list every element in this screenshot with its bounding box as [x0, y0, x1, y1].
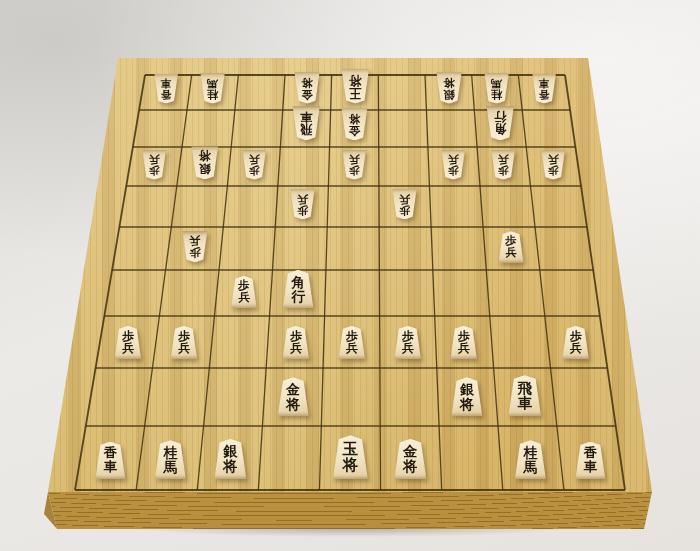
- piece-kanji: 歩兵: [399, 193, 410, 216]
- piece-kanji: 飛車: [300, 111, 312, 136]
- piece-kanji: 金将: [403, 444, 417, 474]
- piece-kanji: 歩兵: [149, 154, 160, 176]
- piece-kanji: 桂馬: [163, 445, 177, 474]
- piece-kanji: 歩兵: [548, 154, 559, 176]
- piece-kanji: 桂馬: [491, 77, 502, 100]
- piece-kanji: 桂馬: [523, 445, 537, 474]
- piece-kanji: 歩兵: [178, 330, 190, 355]
- piece-kanji: 香車: [104, 446, 117, 474]
- piece-kanji: 香車: [539, 78, 549, 100]
- piece-kanji: 香車: [584, 446, 597, 474]
- piece-kanji: 歩兵: [122, 330, 134, 355]
- piece-kanji: 銀将: [198, 150, 210, 175]
- piece-kanji: 銀将: [223, 444, 237, 474]
- piece-kanji: 歩兵: [505, 235, 516, 258]
- piece-kanji: 角行: [494, 111, 506, 136]
- piece-kanji: 飛車: [517, 381, 532, 411]
- piece-kanji: 玉将: [343, 441, 359, 473]
- piece-kanji: 歩兵: [448, 154, 459, 176]
- piece-kanji: 歩兵: [498, 154, 509, 176]
- photo-background: 香車桂馬金将王将銀将桂馬香車飛車金将角行歩兵銀将歩兵歩兵歩兵歩兵歩兵歩兵歩兵歩兵…: [0, 0, 700, 551]
- piece-kanji: 歩兵: [290, 330, 302, 355]
- piece-kanji: 金将: [286, 382, 300, 411]
- piece-kanji: 金将: [302, 77, 313, 100]
- piece-kanji: 歩兵: [349, 154, 360, 176]
- piece-kanji: 銀将: [460, 382, 474, 411]
- piece-kanji: 桂馬: [208, 77, 219, 100]
- piece-kanji: 王将: [349, 74, 361, 99]
- piece-kanji: 歩兵: [238, 280, 249, 304]
- piece-kanji: 角行: [291, 275, 305, 303]
- piece-kanji: 香車: [160, 78, 170, 100]
- piece-kanji: 金将: [349, 112, 361, 136]
- piece-kanji: 歩兵: [570, 330, 582, 355]
- piece-kanji: 歩兵: [297, 193, 308, 216]
- piece-kanji: 歩兵: [189, 235, 200, 258]
- piece-kanji: 歩兵: [458, 330, 470, 355]
- piece-kanji: 歩兵: [402, 330, 414, 355]
- piece-kanji: 銀将: [444, 77, 455, 100]
- piece-kanji: 歩兵: [249, 154, 260, 176]
- piece-kanji: 歩兵: [346, 330, 358, 355]
